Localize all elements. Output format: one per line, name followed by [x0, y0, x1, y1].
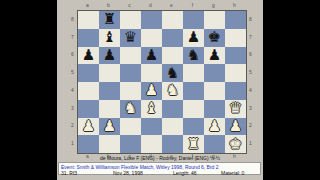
rank-labels-left: 87654321 [69, 10, 76, 152]
letterboxed-frame: abcdefgh 87654321 ♜♝♛♟♚♟♟♟♞♟♞♟♞♞♝♛♟♟♟♟♜♚… [0, 0, 320, 180]
file-label-g: g [203, 2, 224, 8]
square-f1[interactable]: ♜ [183, 135, 204, 153]
file-label-d: d [140, 2, 161, 8]
square-a5[interactable] [78, 64, 99, 82]
square-h8[interactable] [225, 11, 246, 29]
square-d4[interactable]: ♟ [141, 82, 162, 100]
square-c5[interactable] [120, 64, 141, 82]
square-a1[interactable] [78, 135, 99, 153]
white-pawn-g2[interactable]: ♟ [208, 118, 221, 133]
square-a6[interactable]: ♟ [78, 47, 99, 65]
rank-label-1: 1 [247, 134, 254, 152]
square-d5[interactable] [141, 64, 162, 82]
black-pawn-a6[interactable]: ♟ [82, 47, 95, 62]
square-c8[interactable] [120, 11, 141, 29]
square-e8[interactable] [162, 11, 183, 29]
square-d2[interactable] [141, 118, 162, 136]
square-f8[interactable] [183, 11, 204, 29]
caption-length: Length: 46 [173, 170, 221, 176]
black-pawn-f7[interactable]: ♟ [187, 30, 200, 45]
caption-date: Nov 28, 1998 [113, 170, 173, 176]
black-bishop-b7[interactable]: ♝ [103, 30, 116, 45]
square-e4[interactable]: ♞ [162, 82, 183, 100]
white-knight-e4[interactable]: ♞ [166, 83, 179, 98]
square-a2[interactable]: ♟ [78, 118, 99, 136]
file-label-e: e [161, 2, 182, 8]
square-h6[interactable] [225, 47, 246, 65]
file-label-b: b [98, 2, 119, 8]
black-pawn-g6[interactable]: ♟ [208, 47, 221, 62]
square-h1[interactable]: ♚ [225, 135, 246, 153]
square-a7[interactable] [78, 29, 99, 47]
file-labels-top: abcdefgh [77, 2, 245, 8]
square-c7[interactable]: ♛ [120, 29, 141, 47]
square-b8[interactable]: ♜ [99, 11, 120, 29]
file-label-a: a [77, 2, 98, 8]
square-d1[interactable] [141, 135, 162, 153]
caption-players: de Moura, Luke F (ENG) - Rodney, Daniel … [57, 155, 263, 161]
file-label-f: f [182, 2, 203, 8]
white-bishop-d3[interactable]: ♝ [145, 101, 158, 116]
square-f3[interactable] [183, 100, 204, 118]
square-e1[interactable] [162, 135, 183, 153]
rank-label-5: 5 [69, 63, 76, 81]
white-king-h1[interactable]: ♚ [229, 136, 242, 151]
square-g6[interactable]: ♟ [204, 47, 225, 65]
square-a8[interactable] [78, 11, 99, 29]
square-c4[interactable] [120, 82, 141, 100]
square-g8[interactable] [204, 11, 225, 29]
black-knight-f6[interactable]: ♞ [187, 47, 200, 62]
square-e3[interactable] [162, 100, 183, 118]
square-f6[interactable]: ♞ [183, 47, 204, 65]
diagram-panel: abcdefgh 87654321 ♜♝♛♟♚♟♟♟♞♟♞♟♞♞♝♛♟♟♟♟♜♚… [57, 0, 263, 180]
white-queen-h3[interactable]: ♛ [229, 101, 242, 116]
square-h2[interactable]: ♟ [225, 118, 246, 136]
black-pawn-b6[interactable]: ♟ [103, 47, 116, 62]
caption-stats: 31. Rf3 Nov 28, 1998 Length: 46 Material… [61, 170, 258, 176]
rank-label-6: 6 [247, 46, 254, 64]
black-pawn-d6[interactable]: ♟ [145, 47, 158, 62]
white-pawn-b2[interactable]: ♟ [103, 118, 116, 133]
rank-label-1: 1 [69, 134, 76, 152]
white-knight-c3[interactable]: ♞ [124, 101, 137, 116]
square-g1[interactable] [204, 135, 225, 153]
rank-label-5: 5 [247, 63, 254, 81]
black-knight-e5[interactable]: ♞ [166, 65, 179, 80]
square-f4[interactable] [183, 82, 204, 100]
square-g2[interactable]: ♟ [204, 118, 225, 136]
white-rook-f1[interactable]: ♜ [187, 136, 200, 151]
rank-label-4: 4 [247, 81, 254, 99]
rank-label-6: 6 [69, 46, 76, 64]
square-e7[interactable] [162, 29, 183, 47]
rank-label-8: 8 [247, 10, 254, 28]
square-b7[interactable]: ♝ [99, 29, 120, 47]
square-d6[interactable]: ♟ [141, 47, 162, 65]
rank-label-7: 7 [69, 28, 76, 46]
square-c1[interactable] [120, 135, 141, 153]
square-f2[interactable] [183, 118, 204, 136]
square-e2[interactable] [162, 118, 183, 136]
file-label-c: c [119, 2, 140, 8]
white-pawn-d4[interactable]: ♟ [145, 83, 158, 98]
square-b3[interactable] [99, 100, 120, 118]
square-d7[interactable] [141, 29, 162, 47]
square-a3[interactable] [78, 100, 99, 118]
square-c3[interactable]: ♞ [120, 100, 141, 118]
square-h4[interactable] [225, 82, 246, 100]
rank-label-4: 4 [69, 81, 76, 99]
square-b1[interactable] [99, 135, 120, 153]
square-d8[interactable] [141, 11, 162, 29]
square-c2[interactable] [120, 118, 141, 136]
caption-box: Event: Smith & Williamson Flexible Match… [58, 162, 261, 175]
rank-label-2: 2 [247, 117, 254, 135]
rank-label-8: 8 [69, 10, 76, 28]
square-c6[interactable] [120, 47, 141, 65]
black-king-g7[interactable]: ♚ [208, 30, 221, 45]
square-e6[interactable] [162, 47, 183, 65]
white-pawn-a2[interactable]: ♟ [82, 118, 95, 133]
square-b5[interactable] [99, 64, 120, 82]
rank-label-2: 2 [69, 117, 76, 135]
square-g4[interactable] [204, 82, 225, 100]
square-b6[interactable]: ♟ [99, 47, 120, 65]
rank-label-7: 7 [247, 28, 254, 46]
square-h5[interactable] [225, 64, 246, 82]
square-g5[interactable] [204, 64, 225, 82]
black-rook-b8[interactable]: ♜ [103, 12, 116, 27]
square-h3[interactable]: ♛ [225, 100, 246, 118]
square-b2[interactable]: ♟ [99, 118, 120, 136]
caption-last-move: 31. Rf3 [61, 170, 113, 176]
chess-board: ♜♝♛♟♚♟♟♟♞♟♞♟♞♞♝♛♟♟♟♟♜♚ [77, 10, 247, 154]
square-g3[interactable] [204, 100, 225, 118]
square-f7[interactable]: ♟ [183, 29, 204, 47]
rank-labels-right: 87654321 [247, 10, 254, 152]
square-a4[interactable] [78, 82, 99, 100]
square-h7[interactable] [225, 29, 246, 47]
square-g7[interactable]: ♚ [204, 29, 225, 47]
square-f5[interactable] [183, 64, 204, 82]
white-pawn-h2[interactable]: ♟ [229, 118, 242, 133]
square-d3[interactable]: ♝ [141, 100, 162, 118]
rank-label-3: 3 [247, 99, 254, 117]
black-queen-c7[interactable]: ♛ [124, 30, 137, 45]
rank-label-3: 3 [69, 99, 76, 117]
square-b4[interactable] [99, 82, 120, 100]
caption-material: Material: 0 [221, 170, 244, 176]
square-e5[interactable]: ♞ [162, 64, 183, 82]
file-label-h: h [224, 2, 245, 8]
